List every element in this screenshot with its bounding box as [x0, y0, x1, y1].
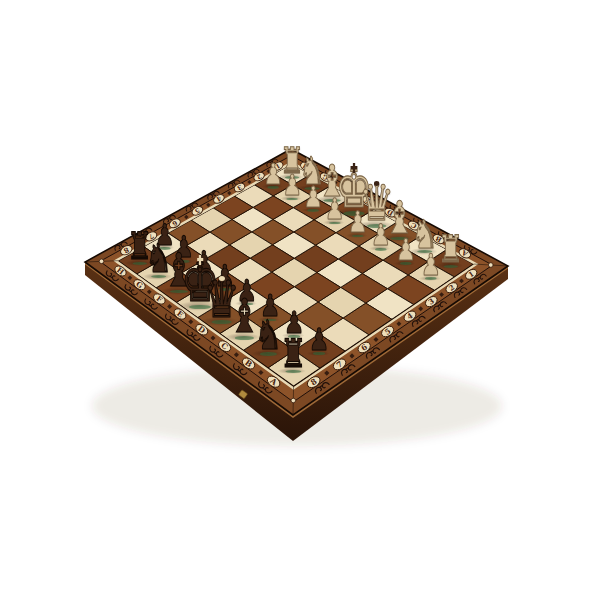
- white-pawn-glyph: ♟: [346, 208, 368, 237]
- white-queen-finial: [373, 181, 379, 186]
- black-rook-a8: ♜: [279, 335, 309, 374]
- black-pawn-a7: ♟: [308, 325, 331, 356]
- white-king-finial: [353, 163, 355, 173]
- pieces-layer: ♜♟♞♟♝♟♚♟♛♟♝♟♟♞♟♜♟♜♟♞♟♟♝♟♚♟♛♝♟♞♟♜: [0, 0, 600, 600]
- white-pawn-d2: ♟: [346, 208, 368, 237]
- black-pawn-glyph: ♟: [308, 325, 331, 356]
- white-pawn-glyph: ♟: [394, 236, 416, 266]
- white-pawn-glyph: ♟: [324, 195, 346, 224]
- white-pawn-c2: ♟: [369, 221, 391, 250]
- white-pawn-b2: ♟: [394, 236, 416, 266]
- product-photo: ABCDEFGH8765432187654321ABCDEFGH ♜♟♞♟♝♟♚…: [0, 0, 600, 600]
- white-pawn-g2: ♟: [282, 171, 304, 200]
- white-pawn-e2: ♟: [324, 195, 346, 224]
- white-pawn-glyph: ♟: [369, 221, 391, 250]
- black-rook-glyph: ♜: [279, 335, 309, 374]
- black-queen-finial: [219, 276, 225, 281]
- white-pawn-a2: ♟: [420, 250, 443, 280]
- white-pawn-f2: ♟: [302, 183, 324, 212]
- white-pawn-glyph: ♟: [282, 171, 304, 200]
- white-pawn-glyph: ♟: [302, 183, 324, 212]
- black-king-finial: [199, 255, 201, 265]
- white-pawn-glyph: ♟: [420, 250, 443, 280]
